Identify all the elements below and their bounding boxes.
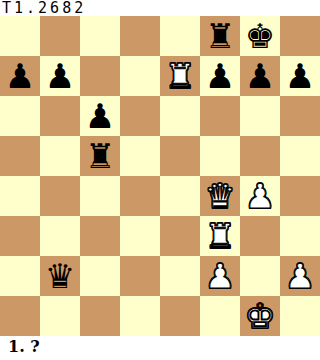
- square-d6[interactable]: [120, 96, 160, 136]
- square-b6[interactable]: [40, 96, 80, 136]
- square-f2[interactable]: ♟: [200, 256, 240, 296]
- piece-black-rook[interactable]: ♜: [200, 16, 240, 56]
- piece-white-rook[interactable]: ♜: [160, 56, 200, 96]
- square-g6[interactable]: [240, 96, 280, 136]
- move-prompt: 1. ?: [0, 336, 320, 360]
- square-b7[interactable]: ♟: [40, 56, 80, 96]
- square-a3[interactable]: [0, 216, 40, 256]
- square-d1[interactable]: [120, 296, 160, 336]
- square-g2[interactable]: [240, 256, 280, 296]
- square-c4[interactable]: [80, 176, 120, 216]
- piece-black-pawn[interactable]: ♟: [0, 56, 40, 96]
- puzzle-id: T1.2682: [0, 0, 320, 16]
- square-f3[interactable]: ♜: [200, 216, 240, 256]
- square-h7[interactable]: ♟: [280, 56, 320, 96]
- square-b2[interactable]: ♛: [40, 256, 80, 296]
- square-e8[interactable]: [160, 16, 200, 56]
- square-e2[interactable]: [160, 256, 200, 296]
- piece-black-pawn[interactable]: ♟: [240, 56, 280, 96]
- square-b1[interactable]: [40, 296, 80, 336]
- square-c1[interactable]: [80, 296, 120, 336]
- square-e3[interactable]: [160, 216, 200, 256]
- piece-white-pawn[interactable]: ♟: [200, 256, 240, 296]
- square-g5[interactable]: [240, 136, 280, 176]
- square-c2[interactable]: [80, 256, 120, 296]
- square-d3[interactable]: [120, 216, 160, 256]
- square-d7[interactable]: [120, 56, 160, 96]
- square-h1[interactable]: [280, 296, 320, 336]
- square-h8[interactable]: [280, 16, 320, 56]
- square-a4[interactable]: [0, 176, 40, 216]
- square-d4[interactable]: [120, 176, 160, 216]
- square-d5[interactable]: [120, 136, 160, 176]
- square-a1[interactable]: [0, 296, 40, 336]
- square-e4[interactable]: [160, 176, 200, 216]
- piece-white-queen[interactable]: ♛: [200, 176, 240, 216]
- square-e1[interactable]: [160, 296, 200, 336]
- piece-black-queen[interactable]: ♛: [40, 256, 80, 296]
- square-g1[interactable]: ♚: [240, 296, 280, 336]
- puzzle-page: T1.2682 ♜♚♟♟♜♟♟♟♟♜♛♟♜♛♟♟♚ 1. ?: [0, 0, 320, 360]
- square-g3[interactable]: [240, 216, 280, 256]
- square-a6[interactable]: [0, 96, 40, 136]
- square-e5[interactable]: [160, 136, 200, 176]
- square-e7[interactable]: ♜: [160, 56, 200, 96]
- square-a8[interactable]: [0, 16, 40, 56]
- piece-white-pawn[interactable]: ♟: [240, 176, 280, 216]
- chess-board[interactable]: ♜♚♟♟♜♟♟♟♟♜♛♟♜♛♟♟♚: [0, 16, 320, 336]
- square-h6[interactable]: [280, 96, 320, 136]
- piece-black-pawn[interactable]: ♟: [200, 56, 240, 96]
- square-f4[interactable]: ♛: [200, 176, 240, 216]
- piece-white-pawn[interactable]: ♟: [280, 256, 320, 296]
- square-c5[interactable]: ♜: [80, 136, 120, 176]
- square-f7[interactable]: ♟: [200, 56, 240, 96]
- piece-black-rook[interactable]: ♜: [80, 136, 120, 176]
- square-d8[interactable]: [120, 16, 160, 56]
- square-b5[interactable]: [40, 136, 80, 176]
- square-b8[interactable]: [40, 16, 80, 56]
- piece-black-pawn[interactable]: ♟: [280, 56, 320, 96]
- piece-white-rook[interactable]: ♜: [200, 216, 240, 256]
- square-c6[interactable]: ♟: [80, 96, 120, 136]
- square-d2[interactable]: [120, 256, 160, 296]
- piece-black-king[interactable]: ♚: [240, 16, 280, 56]
- square-h5[interactable]: [280, 136, 320, 176]
- square-a5[interactable]: [0, 136, 40, 176]
- square-c3[interactable]: [80, 216, 120, 256]
- square-c8[interactable]: [80, 16, 120, 56]
- square-h2[interactable]: ♟: [280, 256, 320, 296]
- square-f8[interactable]: ♜: [200, 16, 240, 56]
- square-h3[interactable]: [280, 216, 320, 256]
- piece-black-pawn[interactable]: ♟: [80, 96, 120, 136]
- square-g4[interactable]: ♟: [240, 176, 280, 216]
- square-a2[interactable]: [0, 256, 40, 296]
- square-g7[interactable]: ♟: [240, 56, 280, 96]
- square-f6[interactable]: [200, 96, 240, 136]
- square-b4[interactable]: [40, 176, 80, 216]
- piece-white-king[interactable]: ♚: [240, 296, 280, 336]
- square-f1[interactable]: [200, 296, 240, 336]
- square-e6[interactable]: [160, 96, 200, 136]
- square-c7[interactable]: [80, 56, 120, 96]
- square-b3[interactable]: [40, 216, 80, 256]
- square-a7[interactable]: ♟: [0, 56, 40, 96]
- square-g8[interactable]: ♚: [240, 16, 280, 56]
- square-h4[interactable]: [280, 176, 320, 216]
- square-f5[interactable]: [200, 136, 240, 176]
- piece-black-pawn[interactable]: ♟: [40, 56, 80, 96]
